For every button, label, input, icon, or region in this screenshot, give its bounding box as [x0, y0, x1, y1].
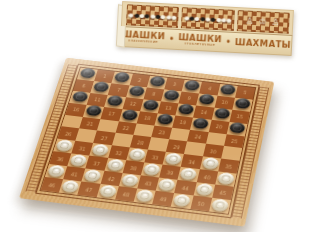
black-draughts-man-glyph: ⛂ — [182, 105, 190, 113]
square-number: 33 — [151, 155, 159, 161]
square-number: 12 — [129, 101, 137, 106]
square-number: 2 — [137, 78, 141, 83]
square-number: 17 — [108, 111, 116, 116]
white-piece: ⛀ — [61, 180, 80, 193]
product-photo-scene: ♙ ♔ ♙ ШАШКИ классические • ШАШКИ стоклет… — [0, 0, 322, 232]
white-piece: ⛀ — [211, 198, 229, 211]
square-number: 30 — [209, 149, 217, 155]
square-number: 21 — [86, 121, 94, 126]
printed-white-disc — [195, 16, 200, 20]
square-number: 45 — [219, 189, 227, 195]
square-number: 39 — [166, 170, 174, 176]
printed-black-disc — [200, 17, 205, 21]
white-draughts-man-glyph: ⛀ — [184, 169, 193, 178]
black-piece: ⛂ — [219, 84, 236, 96]
black-draughts-man-glyph: ⛂ — [238, 100, 246, 108]
box-lid-print-checkers-2 — [181, 7, 234, 31]
printed-white-disc — [161, 15, 166, 19]
square-number: 37 — [93, 161, 101, 167]
bullet-separator: • — [169, 35, 175, 44]
white-piece: ⛀ — [136, 189, 154, 202]
black-draughts-man-glyph: ⛂ — [161, 115, 170, 123]
black-piece: ⛂ — [142, 99, 159, 111]
square-number: 32 — [115, 150, 123, 156]
white-piece: ⛀ — [121, 173, 139, 186]
square-number: 28 — [137, 140, 145, 146]
black-draughts-man-glyph: ⛂ — [76, 93, 85, 101]
square-number: 15 — [236, 114, 243, 119]
white-piece: ⛀ — [106, 158, 124, 171]
square-number: 23 — [158, 130, 166, 136]
black-draughts-man-glyph: ⛂ — [83, 70, 92, 78]
printed-checkers-discs — [183, 9, 232, 29]
checkers-board: ⛂1⛂2⛂3⛂4⛂56⛂7⛂8⛂9⛂10⛂⛂11⛂12⛂13⛂14⛂1516⛂1… — [19, 58, 274, 227]
square-number: 7 — [116, 88, 120, 93]
square-number: 34 — [188, 159, 196, 165]
box-title-word: ШАШКИ стоклеточные — [178, 33, 222, 48]
printed-black-disc — [211, 17, 216, 21]
white-draughts-man-glyph: ⛀ — [125, 176, 134, 185]
square-number: 6 — [82, 84, 87, 89]
square-number: 31 — [78, 146, 86, 152]
black-piece: ⛂ — [128, 86, 145, 98]
white-piece: ⛀ — [195, 183, 213, 196]
white-draughts-man-glyph: ⛀ — [60, 141, 69, 150]
square-number: 24 — [194, 134, 202, 140]
square-number: 49 — [160, 196, 168, 202]
black-piece: ⛂ — [234, 98, 251, 110]
black-piece: ⛂ — [198, 94, 215, 106]
square-number: 14 — [200, 110, 207, 115]
black-draughts-man-glyph: ⛂ — [146, 101, 155, 109]
white-draughts-man-glyph: ⛀ — [222, 174, 231, 183]
printed-white-disc — [150, 14, 155, 18]
black-draughts-man-glyph: ⛂ — [223, 86, 231, 94]
black-draughts-man-glyph: ⛂ — [118, 74, 127, 82]
white-draughts-man-glyph: ⛀ — [216, 200, 225, 209]
printed-black-disc — [145, 14, 150, 18]
printed-black-disc — [134, 13, 139, 17]
white-draughts-man-glyph: ⛀ — [200, 185, 209, 194]
black-piece: ⛂ — [157, 113, 174, 125]
square-number: 1 — [103, 74, 107, 79]
square-number: 40 — [203, 174, 211, 180]
printed-white-disc — [227, 18, 232, 22]
box-title-subtitle: стоклеточные — [185, 43, 216, 48]
square-number: 46 — [48, 182, 56, 188]
printed-white-disc — [129, 13, 134, 17]
black-draughts-man-glyph: ⛂ — [125, 111, 134, 119]
white-piece: ⛀ — [55, 139, 73, 151]
square-number: 5 — [243, 90, 247, 95]
white-piece: ⛀ — [143, 163, 161, 176]
black-draughts-man-glyph: ⛂ — [111, 97, 120, 105]
black-draughts-man-glyph: ⛂ — [218, 110, 226, 118]
square-number: 47 — [85, 186, 93, 192]
white-draughts-man-glyph: ⛀ — [52, 166, 61, 175]
white-piece: ⛀ — [128, 148, 146, 161]
white-piece: ⛀ — [202, 157, 220, 170]
black-piece: ⛂ — [93, 81, 110, 93]
black-piece: ⛂ — [79, 68, 96, 79]
black-draughts-man-glyph: ⛂ — [153, 78, 161, 86]
square-number: 20 — [215, 124, 222, 129]
square-number: 8 — [152, 92, 156, 97]
white-piece: ⛀ — [98, 184, 117, 197]
square-number: 16 — [72, 107, 80, 112]
white-draughts-man-glyph: ⛀ — [163, 180, 172, 189]
square-number: 35 — [225, 164, 233, 170]
square-number: 25 — [231, 138, 238, 144]
square-number: 36 — [56, 156, 64, 162]
white-draughts-man-glyph: ⛀ — [103, 186, 112, 195]
box-title-word: ШАШКИ классические — [121, 30, 165, 45]
printed-white-disc — [171, 15, 176, 19]
white-piece: ⛀ — [165, 152, 183, 165]
white-piece: ⛀ — [47, 164, 66, 177]
printed-white-disc — [216, 17, 221, 21]
board-square: ⛀ — [209, 198, 231, 214]
box-lid-print-chess: ♙ ♔ ♙ — [236, 10, 289, 34]
square-number: 43 — [144, 180, 152, 186]
white-draughts-man-glyph: ⛀ — [96, 146, 105, 155]
black-piece: ⛂ — [163, 90, 180, 102]
black-piece: ⛂ — [192, 118, 209, 130]
square-number: 9 — [187, 96, 191, 101]
game-box: ♙ ♔ ♙ ШАШКИ классические • ШАШКИ стоклет… — [120, 1, 294, 56]
white-draughts-man-glyph: ⛀ — [74, 156, 83, 165]
square-number: 22 — [122, 125, 130, 131]
black-draughts-man-glyph: ⛂ — [90, 107, 99, 115]
square-number: 42 — [107, 176, 115, 182]
white-piece: ⛀ — [158, 178, 176, 191]
black-piece: ⛂ — [121, 109, 139, 121]
black-draughts-man-glyph: ⛂ — [197, 119, 205, 127]
square-number: 44 — [182, 185, 190, 191]
white-piece: ⛀ — [217, 172, 235, 185]
white-draughts-man-glyph: ⛀ — [206, 159, 215, 168]
square-number: 26 — [64, 131, 72, 137]
square-number: 11 — [94, 97, 102, 102]
white-draughts-man-glyph: ⛀ — [140, 191, 149, 200]
square-number: 48 — [122, 191, 130, 197]
black-draughts-man-glyph: ⛂ — [167, 91, 175, 99]
black-piece: ⛂ — [184, 80, 201, 92]
box-title-word: ШАХМАТЫ — [235, 38, 291, 49]
black-draughts-man-glyph: ⛂ — [203, 96, 211, 104]
square-number: 27 — [100, 135, 108, 141]
white-draughts-man-glyph: ⛀ — [89, 171, 98, 180]
white-piece: ⛀ — [180, 167, 198, 180]
white-piece: ⛀ — [173, 193, 191, 206]
square-number: 29 — [173, 144, 181, 150]
black-piece: ⛂ — [178, 103, 195, 115]
black-piece: ⛂ — [85, 105, 103, 117]
white-draughts-man-glyph: ⛀ — [169, 154, 178, 163]
box-title-subtitle: классические — [128, 40, 158, 45]
square-number: 50 — [197, 200, 205, 206]
white-draughts-man-glyph: ⛀ — [111, 160, 120, 169]
white-draughts-man-glyph: ⛀ — [133, 150, 142, 159]
square-number: 19 — [179, 120, 186, 125]
black-piece: ⛂ — [149, 76, 166, 88]
black-piece: ⛂ — [114, 72, 131, 84]
white-draughts-man-glyph: ⛀ — [178, 196, 187, 205]
black-piece: ⛂ — [213, 108, 230, 120]
box-title-text: ШАХМАТЫ — [235, 38, 291, 49]
board-grid: ⛂1⛂2⛂3⛂4⛂56⛂7⛂8⛂9⛂10⛂⛂11⛂12⛂13⛂14⛂1516⛂1… — [39, 67, 256, 215]
box-lid-print-checkers-1 — [126, 4, 179, 28]
square-number: 41 — [71, 171, 79, 177]
square-number: 10 — [221, 100, 228, 105]
black-piece: ⛂ — [229, 122, 246, 134]
white-piece: ⛀ — [92, 144, 110, 157]
square-number: 4 — [208, 86, 212, 91]
bullet-separator: • — [226, 38, 232, 47]
printed-white-disc — [184, 16, 189, 20]
white-piece: ⛀ — [84, 169, 102, 182]
square-number: 13 — [165, 105, 172, 110]
printed-checkers-discs — [128, 6, 177, 26]
white-piece: ⛀ — [70, 154, 88, 167]
chess-pieces-print: ♙ ♔ ♙ — [245, 17, 280, 28]
black-draughts-man-glyph: ⛂ — [233, 124, 241, 132]
square-number: 18 — [143, 115, 151, 120]
white-draughts-man-glyph: ⛀ — [148, 165, 157, 174]
black-draughts-man-glyph: ⛂ — [132, 87, 141, 95]
black-piece: ⛂ — [107, 95, 125, 107]
black-draughts-man-glyph: ⛂ — [188, 82, 196, 90]
white-draughts-man-glyph: ⛀ — [66, 182, 75, 191]
square-number: 3 — [172, 82, 176, 87]
black-piece: ⛂ — [71, 91, 89, 103]
black-draughts-man-glyph: ⛂ — [97, 83, 106, 91]
square-number: 38 — [129, 165, 137, 171]
